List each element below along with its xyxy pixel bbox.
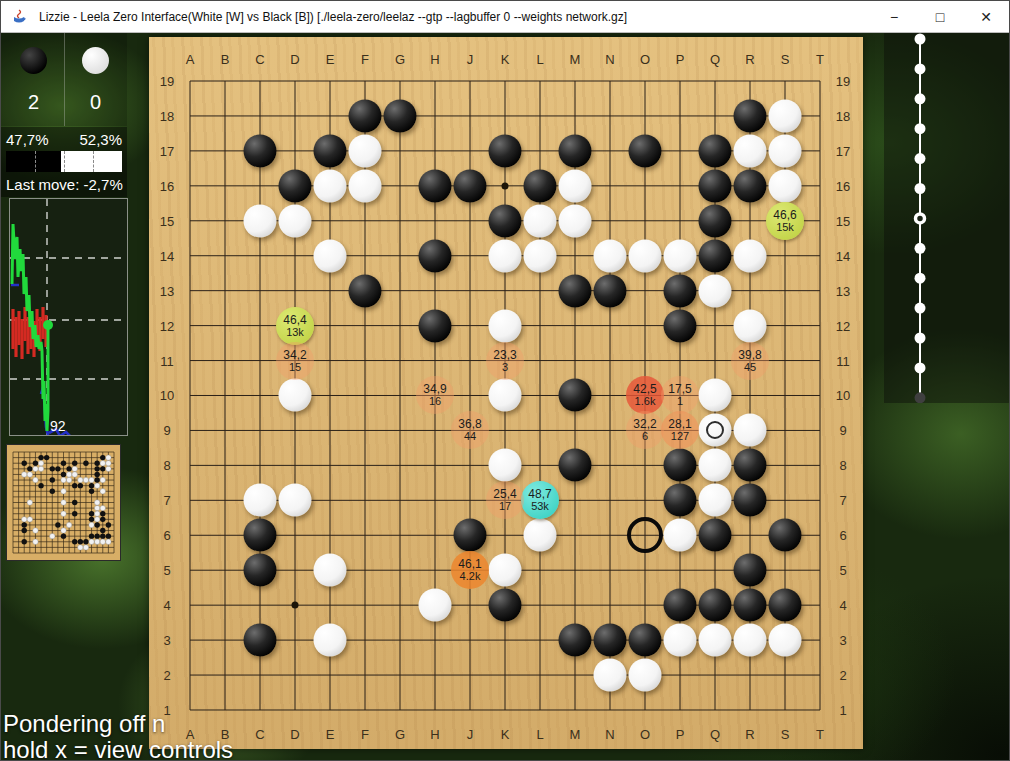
coord-row-right: 13 bbox=[836, 283, 850, 298]
stone-white-Q8 bbox=[699, 449, 732, 482]
stone-white-O2 bbox=[629, 659, 662, 692]
coord-row-right: 12 bbox=[836, 318, 850, 333]
suggestion-visits: 15k bbox=[776, 221, 794, 233]
stone-white-D10 bbox=[279, 379, 312, 412]
coord-col-bottom: S bbox=[781, 727, 790, 742]
suggestion-visits: 1 bbox=[677, 395, 683, 407]
suggestion-winrate: 34,9 bbox=[423, 383, 446, 395]
suggestion-visits: 3 bbox=[502, 361, 508, 373]
suggestion-winrate: 34,2 bbox=[283, 349, 306, 361]
stone-white-Q3 bbox=[699, 624, 732, 657]
stone-black-R5 bbox=[734, 554, 767, 587]
stone-white-P6 bbox=[664, 519, 697, 552]
coord-row-right: 19 bbox=[836, 74, 850, 89]
stone-black-C3 bbox=[244, 624, 277, 657]
window-title: Lizzie - Leela Zero Interface(White [W] … bbox=[39, 10, 627, 24]
stone-black-R8 bbox=[734, 449, 767, 482]
coord-row-left: 4 bbox=[163, 598, 170, 613]
stone-white-D7 bbox=[279, 484, 312, 517]
suggestion-H10[interactable]: 34,916 bbox=[416, 376, 454, 414]
coord-col-top: C bbox=[255, 52, 264, 67]
coord-row-right: 16 bbox=[836, 178, 850, 193]
stone-black-M8 bbox=[559, 449, 592, 482]
stone-black-K4 bbox=[489, 589, 522, 622]
coord-row-right: 3 bbox=[839, 633, 846, 648]
coord-col-bottom: D bbox=[290, 727, 299, 742]
stone-black-Q16 bbox=[699, 169, 732, 202]
coord-row-left: 18 bbox=[160, 108, 174, 123]
stone-white-N2 bbox=[594, 659, 627, 692]
tree-node[interactable] bbox=[915, 303, 926, 314]
stone-white-R17 bbox=[734, 134, 767, 167]
stone-white-E3 bbox=[314, 624, 347, 657]
tree-node[interactable] bbox=[915, 153, 926, 164]
graph-current-dot bbox=[43, 320, 53, 330]
winrate-bar-tick bbox=[64, 151, 65, 172]
stone-black-Q4 bbox=[699, 589, 732, 622]
stone-white-O14 bbox=[629, 239, 662, 272]
stone-white-S17 bbox=[769, 134, 802, 167]
coord-row-left: 16 bbox=[160, 178, 174, 193]
last-move-delta: Last move: -2,7% bbox=[6, 176, 123, 193]
suggestion-visits: 17 bbox=[499, 500, 511, 512]
stone-black-N3 bbox=[594, 624, 627, 657]
coord-row-left: 6 bbox=[163, 528, 170, 543]
stone-black-N13 bbox=[594, 274, 627, 307]
tree-node[interactable] bbox=[915, 183, 926, 194]
suggestion-visits: 16 bbox=[429, 395, 441, 407]
suggestion-winrate: 28,1 bbox=[668, 418, 691, 430]
stone-black-R16 bbox=[734, 169, 767, 202]
stone-black-P8 bbox=[664, 449, 697, 482]
java-app-icon bbox=[11, 9, 27, 25]
suggestion-P10[interactable]: 17,51 bbox=[661, 376, 699, 414]
stone-white-K5 bbox=[489, 554, 522, 587]
stone-black-C5 bbox=[244, 554, 277, 587]
coord-col-top: T bbox=[816, 52, 824, 67]
suggestion-visits: 53k bbox=[531, 500, 549, 512]
status-overlay: Pondering off n hold x = view controls bbox=[3, 711, 233, 761]
stone-black-P4 bbox=[664, 589, 697, 622]
suggestion-visits: 127 bbox=[671, 430, 689, 442]
coord-col-bottom: F bbox=[361, 727, 369, 742]
stone-white-E16 bbox=[314, 169, 347, 202]
status-line-controls: hold x = view controls bbox=[3, 737, 233, 761]
coord-row-right: 8 bbox=[839, 458, 846, 473]
coord-row-right: 6 bbox=[839, 528, 846, 543]
coord-col-top: E bbox=[326, 52, 335, 67]
suggestion-D11[interactable]: 34,215 bbox=[276, 342, 314, 380]
stone-black-O17 bbox=[629, 134, 662, 167]
stone-black-M13 bbox=[559, 274, 592, 307]
coord-col-top: R bbox=[745, 52, 754, 67]
stone-black-G18 bbox=[384, 99, 417, 132]
coord-col-bottom: Q bbox=[710, 727, 720, 742]
title-bar: Lizzie - Leela Zero Interface(White [W] … bbox=[1, 1, 1009, 33]
suggestion-visits: 6 bbox=[642, 430, 648, 442]
minimize-button[interactable]: − bbox=[871, 1, 917, 32]
coord-col-bottom: R bbox=[745, 727, 754, 742]
stone-black-K15 bbox=[489, 204, 522, 237]
stone-black-C17 bbox=[244, 134, 277, 167]
suggestion-winrate: 42,5 bbox=[633, 383, 656, 395]
coord-row-right: 17 bbox=[836, 143, 850, 158]
stone-black-F18 bbox=[349, 99, 382, 132]
next-move-circle-O6 bbox=[627, 517, 663, 553]
stone-white-L14 bbox=[524, 239, 557, 272]
stone-black-R18 bbox=[734, 99, 767, 132]
coord-col-bottom: N bbox=[605, 727, 614, 742]
coord-col-top: N bbox=[605, 52, 614, 67]
suggestion-winrate: 46,1 bbox=[458, 558, 481, 570]
stone-black-Q6 bbox=[699, 519, 732, 552]
suggestion-winrate: 48,7 bbox=[528, 488, 551, 500]
coord-col-top: F bbox=[361, 52, 369, 67]
stone-black-Q17 bbox=[699, 134, 732, 167]
stone-black-O3 bbox=[629, 624, 662, 657]
last-move-marker-Q9 bbox=[706, 421, 724, 439]
winrate-graph[interactable]: 92 bbox=[9, 198, 128, 436]
suggestion-K7[interactable]: 25,417 bbox=[486, 481, 524, 519]
suggestion-visits: 15 bbox=[289, 361, 301, 373]
stone-black-L16 bbox=[524, 169, 557, 202]
winrate-bar-tick bbox=[35, 151, 36, 172]
tree-node[interactable] bbox=[915, 123, 926, 134]
coord-col-bottom: G bbox=[395, 727, 405, 742]
stone-black-C6 bbox=[244, 519, 277, 552]
coord-row-left: 2 bbox=[163, 668, 170, 683]
coord-col-top: B bbox=[221, 52, 230, 67]
suggestion-winrate: 39,8 bbox=[738, 349, 761, 361]
suggestion-visits: 13k bbox=[286, 326, 304, 338]
black-stone-icon bbox=[20, 47, 47, 74]
coord-col-bottom: P bbox=[676, 727, 685, 742]
coord-col-bottom: M bbox=[570, 727, 581, 742]
stone-black-P12 bbox=[664, 309, 697, 342]
stone-white-K8 bbox=[489, 449, 522, 482]
coord-row-left: 14 bbox=[160, 248, 174, 263]
stone-white-Q10 bbox=[699, 379, 732, 412]
graph-blue-line bbox=[11, 285, 89, 435]
suggestion-O9[interactable]: 32,26 bbox=[626, 411, 664, 449]
stone-black-J16 bbox=[454, 169, 487, 202]
coord-col-top: P bbox=[676, 52, 685, 67]
coord-col-top: H bbox=[430, 52, 439, 67]
stone-white-E5 bbox=[314, 554, 347, 587]
stone-white-F17 bbox=[349, 134, 382, 167]
star-point-D4 bbox=[292, 602, 299, 609]
stone-black-E17 bbox=[314, 134, 347, 167]
stone-white-L15 bbox=[524, 204, 557, 237]
stone-white-K10 bbox=[489, 379, 522, 412]
coord-row-right: 15 bbox=[836, 213, 850, 228]
stone-black-Q15 bbox=[699, 204, 732, 237]
coord-row-right: 14 bbox=[836, 248, 850, 263]
stone-white-S16 bbox=[769, 169, 802, 202]
suggestion-L7[interactable]: 48,753k bbox=[521, 481, 559, 519]
suggestion-winrate: 32,2 bbox=[633, 418, 656, 430]
coord-col-top: O bbox=[640, 52, 650, 67]
stone-black-M3 bbox=[559, 624, 592, 657]
stone-white-R12 bbox=[734, 309, 767, 342]
coord-col-bottom: K bbox=[501, 727, 510, 742]
stone-white-P14 bbox=[664, 239, 697, 272]
stone-white-S18 bbox=[769, 99, 802, 132]
coord-row-left: 8 bbox=[163, 458, 170, 473]
stone-white-R3 bbox=[734, 624, 767, 657]
stone-black-R7 bbox=[734, 484, 767, 517]
coord-col-bottom: J bbox=[467, 727, 474, 742]
coord-col-bottom: O bbox=[640, 727, 650, 742]
stone-black-J6 bbox=[454, 519, 487, 552]
stone-white-L6 bbox=[524, 519, 557, 552]
tree-node[interactable] bbox=[915, 93, 926, 104]
coord-row-left: 5 bbox=[163, 563, 170, 578]
coord-row-left: 11 bbox=[160, 353, 174, 368]
coord-col-top: A bbox=[186, 52, 195, 67]
coord-col-top: L bbox=[536, 52, 543, 67]
stone-white-E14 bbox=[314, 239, 347, 272]
variation-tree-panel[interactable] bbox=[884, 33, 1010, 403]
stone-white-H4 bbox=[419, 589, 452, 622]
lizzie-window: Lizzie - Leela Zero Interface(White [W] … bbox=[0, 0, 1010, 761]
goban[interactable]: AA1919BB1818CC1717DD1616EE1515FF1414GG13… bbox=[149, 37, 863, 749]
white-captures-count: 0 bbox=[82, 91, 109, 114]
stone-white-Q13 bbox=[699, 274, 732, 307]
stone-white-C7 bbox=[244, 484, 277, 517]
suggestion-visits: 44 bbox=[464, 430, 476, 442]
coord-row-right: 7 bbox=[839, 493, 846, 508]
stone-black-R4 bbox=[734, 589, 767, 622]
coord-row-left: 12 bbox=[160, 318, 174, 333]
suggestion-J5[interactable]: 46,14.2k bbox=[451, 551, 489, 589]
suggestion-winrate: 46,4 bbox=[283, 314, 306, 326]
suggestion-R11[interactable]: 39,845 bbox=[731, 342, 769, 380]
winrate-bar-tick bbox=[93, 151, 94, 172]
stone-black-K17 bbox=[489, 134, 522, 167]
stone-white-M15 bbox=[559, 204, 592, 237]
stone-black-S6 bbox=[769, 519, 802, 552]
coord-row-left: 15 bbox=[160, 213, 174, 228]
coord-row-right: 2 bbox=[839, 668, 846, 683]
suggestion-O10[interactable]: 42,51.6k bbox=[626, 376, 664, 414]
stone-black-P13 bbox=[664, 274, 697, 307]
suggestion-P9[interactable]: 28,1127 bbox=[661, 411, 699, 449]
coord-row-left: 9 bbox=[163, 423, 170, 438]
star-point-K16 bbox=[502, 182, 509, 189]
maximize-button[interactable]: □ bbox=[917, 1, 963, 32]
coord-row-left: 13 bbox=[160, 283, 174, 298]
coord-col-top: J bbox=[467, 52, 474, 67]
stone-black-M17 bbox=[559, 134, 592, 167]
tree-node[interactable] bbox=[915, 63, 926, 74]
suggestion-K11[interactable]: 23,33 bbox=[486, 342, 524, 380]
minimap-board[interactable] bbox=[6, 444, 121, 561]
stone-white-D15 bbox=[279, 204, 312, 237]
stone-white-P3 bbox=[664, 624, 697, 657]
coord-col-top: G bbox=[395, 52, 405, 67]
suggestion-D12[interactable]: 46,413k bbox=[276, 307, 314, 345]
stone-black-D16 bbox=[279, 169, 312, 202]
coord-row-left: 7 bbox=[163, 493, 170, 508]
stone-black-Q14 bbox=[699, 239, 732, 272]
captures-panel: 2 0 bbox=[1, 33, 127, 126]
coord-col-bottom: L bbox=[536, 727, 543, 742]
coord-col-top: Q bbox=[710, 52, 720, 67]
winrate-bar-black bbox=[6, 151, 61, 172]
coord-col-top: K bbox=[501, 52, 510, 67]
white-stone-icon bbox=[82, 47, 109, 74]
stone-black-F13 bbox=[349, 274, 382, 307]
stone-black-M10 bbox=[559, 379, 592, 412]
tree-node[interactable] bbox=[915, 243, 926, 254]
suggestion-winrate: 17,5 bbox=[668, 383, 691, 395]
coord-col-bottom: T bbox=[816, 727, 824, 742]
coord-row-right: 11 bbox=[836, 353, 850, 368]
coord-col-bottom: H bbox=[430, 727, 439, 742]
coord-row-right: 5 bbox=[839, 563, 846, 578]
white-winrate: 52,3% bbox=[79, 131, 122, 148]
coord-col-bottom: C bbox=[255, 727, 264, 742]
coord-col-top: D bbox=[290, 52, 299, 67]
tree-node[interactable] bbox=[915, 273, 926, 284]
suggestion-winrate: 23,3 bbox=[493, 349, 516, 361]
coord-row-left: 3 bbox=[163, 633, 170, 648]
suggestion-visits: 1.6k bbox=[635, 395, 656, 407]
stone-white-M16 bbox=[559, 169, 592, 202]
stone-white-R14 bbox=[734, 239, 767, 272]
stone-black-H12 bbox=[419, 309, 452, 342]
stone-white-Q7 bbox=[699, 484, 732, 517]
stone-white-N14 bbox=[594, 239, 627, 272]
move-number: 92 bbox=[50, 418, 66, 434]
stone-black-H14 bbox=[419, 239, 452, 272]
coord-row-left: 19 bbox=[160, 74, 174, 89]
coord-row-right: 4 bbox=[839, 598, 846, 613]
stone-white-F16 bbox=[349, 169, 382, 202]
coord-col-bottom: E bbox=[326, 727, 335, 742]
coord-row-right: 18 bbox=[836, 108, 850, 123]
coord-row-left: 10 bbox=[160, 388, 174, 403]
coord-row-right: 10 bbox=[836, 388, 850, 403]
stone-white-K12 bbox=[489, 309, 522, 342]
tree-node[interactable] bbox=[915, 362, 926, 373]
black-captures-count: 2 bbox=[20, 91, 47, 114]
stone-white-R9 bbox=[734, 414, 767, 447]
tree-node[interactable] bbox=[915, 392, 926, 403]
status-line-pondering: Pondering off n bbox=[3, 711, 233, 737]
suggestion-visits: 4.2k bbox=[460, 570, 481, 582]
coord-col-top: M bbox=[570, 52, 581, 67]
coord-row-right: 1 bbox=[839, 702, 846, 717]
stone-white-S3 bbox=[769, 624, 802, 657]
black-winrate: 47,7% bbox=[6, 131, 49, 148]
stone-black-H16 bbox=[419, 169, 452, 202]
captures-divider bbox=[64, 33, 65, 126]
stone-black-P7 bbox=[664, 484, 697, 517]
suggestion-winrate: 36,8 bbox=[458, 418, 481, 430]
suggestion-winrate: 46,6 bbox=[773, 209, 796, 221]
winrate-panel: 47,7% 52,3% Last move: -2,7% bbox=[1, 127, 127, 197]
stone-white-K14 bbox=[489, 239, 522, 272]
suggestion-winrate: 25,4 bbox=[493, 488, 516, 500]
suggestion-visits: 45 bbox=[744, 361, 756, 373]
winrate-bar bbox=[6, 151, 122, 172]
tree-node[interactable] bbox=[915, 333, 926, 344]
suggestion-J9[interactable]: 36,844 bbox=[451, 411, 489, 449]
tree-node-current[interactable] bbox=[916, 214, 925, 223]
close-button[interactable]: ✕ bbox=[963, 1, 1009, 32]
coord-col-top: S bbox=[781, 52, 790, 67]
coord-row-left: 17 bbox=[160, 143, 174, 158]
stone-black-S4 bbox=[769, 589, 802, 622]
tree-node[interactable] bbox=[915, 34, 926, 45]
stone-white-C15 bbox=[244, 204, 277, 237]
coord-row-right: 9 bbox=[839, 423, 846, 438]
suggestion-S15[interactable]: 46,615k bbox=[766, 202, 804, 240]
